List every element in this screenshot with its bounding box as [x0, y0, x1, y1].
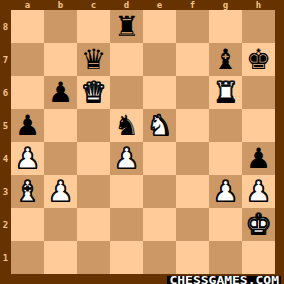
square-c4: [77, 142, 110, 175]
rank-label-5: 5: [0, 109, 11, 142]
square-e2: [143, 208, 176, 241]
chess-diagram: abcdefgh 87654321 ♜♛♝♚♟♛♜♟♞♞♟♟♟♝♟♟♟♚ CHE…: [0, 0, 284, 284]
rank-label-8: 8: [0, 10, 11, 43]
square-e4: [143, 142, 176, 175]
square-f2: [176, 208, 209, 241]
square-h5: [242, 109, 275, 142]
square-f7: [176, 43, 209, 76]
square-b8: [44, 10, 77, 43]
white-queen: ♛: [77, 76, 110, 109]
rank-label-3: 3: [0, 175, 11, 208]
white-rook: ♜: [209, 76, 242, 109]
white-pawn: ♟: [44, 175, 77, 208]
square-g6: ♜: [209, 76, 242, 109]
white-knight: ♞: [143, 109, 176, 142]
square-d5: ♞: [110, 109, 143, 142]
square-h3: ♟: [242, 175, 275, 208]
white-pawn: ♟: [242, 175, 275, 208]
square-g8: [209, 10, 242, 43]
square-f3: [176, 175, 209, 208]
square-d1: [110, 241, 143, 274]
square-e7: [143, 43, 176, 76]
black-pawn: ♟: [242, 142, 275, 175]
square-h6: [242, 76, 275, 109]
square-f8: [176, 10, 209, 43]
square-f1: [176, 241, 209, 274]
square-h4: ♟: [242, 142, 275, 175]
black-bishop: ♝: [209, 43, 242, 76]
square-e5: ♞: [143, 109, 176, 142]
square-a1: [11, 241, 44, 274]
white-king: ♚: [242, 208, 275, 241]
square-f5: [176, 109, 209, 142]
watermark: CHESSGAMES.COM: [167, 274, 281, 284]
rank-label-4: 4: [0, 142, 11, 175]
square-a7: [11, 43, 44, 76]
square-a8: [11, 10, 44, 43]
square-g3: ♟: [209, 175, 242, 208]
square-b2: [44, 208, 77, 241]
square-g2: [209, 208, 242, 241]
square-h1: [242, 241, 275, 274]
black-king: ♚: [242, 43, 275, 76]
square-a2: [11, 208, 44, 241]
square-g4: [209, 142, 242, 175]
black-pawn: ♟: [11, 109, 44, 142]
white-pawn: ♟: [11, 142, 44, 175]
square-a3: ♝: [11, 175, 44, 208]
square-d3: [110, 175, 143, 208]
square-b7: [44, 43, 77, 76]
square-b6: ♟: [44, 76, 77, 109]
square-b3: ♟: [44, 175, 77, 208]
black-queen: ♛: [77, 43, 110, 76]
black-knight: ♞: [110, 109, 143, 142]
black-rook: ♜: [110, 10, 143, 43]
square-d8: ♜: [110, 10, 143, 43]
watermark-text: CHESSGAMES.COM: [167, 275, 281, 284]
square-a6: [11, 76, 44, 109]
square-a4: ♟: [11, 142, 44, 175]
white-pawn: ♟: [110, 142, 143, 175]
square-d6: [110, 76, 143, 109]
square-h7: ♚: [242, 43, 275, 76]
square-b5: [44, 109, 77, 142]
rank-label-7: 7: [0, 43, 11, 76]
white-bishop: ♝: [11, 175, 44, 208]
square-e8: [143, 10, 176, 43]
square-h8: [242, 10, 275, 43]
square-g7: ♝: [209, 43, 242, 76]
rank-label-2: 2: [0, 208, 11, 241]
square-f6: [176, 76, 209, 109]
square-c2: [77, 208, 110, 241]
black-pawn: ♟: [44, 76, 77, 109]
square-e6: [143, 76, 176, 109]
square-d4: ♟: [110, 142, 143, 175]
square-h2: ♚: [242, 208, 275, 241]
square-a5: ♟: [11, 109, 44, 142]
square-b4: [44, 142, 77, 175]
square-d2: [110, 208, 143, 241]
rank-labels: 87654321: [0, 10, 11, 274]
square-g5: [209, 109, 242, 142]
square-d7: [110, 43, 143, 76]
square-g1: [209, 241, 242, 274]
square-c1: [77, 241, 110, 274]
square-c5: [77, 109, 110, 142]
square-e3: [143, 175, 176, 208]
square-c7: ♛: [77, 43, 110, 76]
rank-label-1: 1: [0, 241, 11, 274]
square-e1: [143, 241, 176, 274]
rank-label-6: 6: [0, 76, 11, 109]
chess-board: ♜♛♝♚♟♛♜♟♞♞♟♟♟♝♟♟♟♚: [11, 10, 275, 274]
square-c3: [77, 175, 110, 208]
square-c8: [77, 10, 110, 43]
square-f4: [176, 142, 209, 175]
file-labels: abcdefgh: [11, 0, 275, 10]
square-c6: ♛: [77, 76, 110, 109]
square-b1: [44, 241, 77, 274]
white-pawn: ♟: [209, 175, 242, 208]
